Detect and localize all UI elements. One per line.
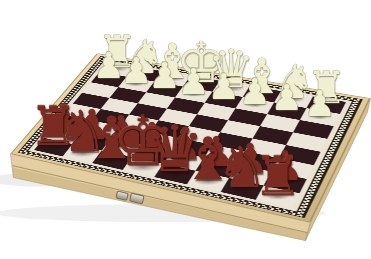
chess-set-photo: ♜♞♝♚♛♝♞♜♟♟♟♟♟♟♟♟♟♟♟♟♟♟♟♟♜♞♝♚♛♝♞♜ xyxy=(0,0,371,259)
